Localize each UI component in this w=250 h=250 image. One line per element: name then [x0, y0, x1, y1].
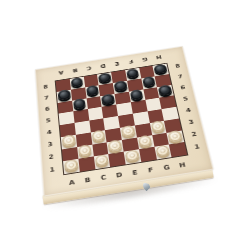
product-photo: ABCDEFGH ABCDEFGH 87654321 87654321	[0, 0, 250, 250]
square-c1	[93, 154, 110, 169]
coord-label: 1	[189, 140, 207, 155]
white-man-f2	[138, 135, 153, 147]
coord-label: D	[95, 60, 110, 71]
black-man-h8	[154, 63, 168, 74]
white-man-g1	[155, 145, 170, 158]
playing-field	[55, 63, 189, 175]
coord-label: A	[64, 176, 81, 190]
black-man-c7	[86, 85, 99, 96]
black-man-h6	[158, 85, 172, 96]
black-man-f8	[126, 68, 139, 79]
coord-label: D	[111, 169, 129, 183]
black-man-d8	[98, 72, 111, 83]
white-man-d2	[108, 139, 122, 151]
coord-label: B	[79, 174, 96, 188]
square-h1	[169, 142, 187, 157]
white-man-c3	[91, 130, 105, 142]
coord-label: E	[126, 166, 144, 180]
coord-label: 1	[45, 163, 61, 178]
white-man-e1	[125, 149, 140, 162]
coord-label: H	[151, 51, 167, 62]
white-man-b2	[78, 144, 92, 156]
black-man-f6	[130, 89, 144, 100]
square-a1	[63, 159, 80, 174]
black-man-e7	[114, 81, 127, 92]
white-man-g3	[150, 120, 165, 132]
coord-label: A	[54, 66, 69, 77]
black-man-g7	[142, 76, 156, 87]
coord-label: B	[67, 64, 82, 75]
black-man-d6	[101, 94, 114, 105]
coord-label: H	[173, 159, 191, 173]
coord-label: C	[81, 62, 96, 73]
square-b1	[78, 157, 95, 172]
coord-label: E	[109, 58, 124, 69]
white-man-a3	[62, 135, 76, 147]
white-man-e3	[121, 125, 135, 137]
black-man-b8	[71, 77, 84, 88]
white-man-h2	[168, 130, 183, 142]
black-man-b6	[73, 98, 86, 109]
black-man-a7	[58, 89, 71, 100]
white-man-a1	[64, 159, 78, 172]
coord-label: C	[95, 171, 112, 185]
white-man-c1	[94, 154, 108, 167]
